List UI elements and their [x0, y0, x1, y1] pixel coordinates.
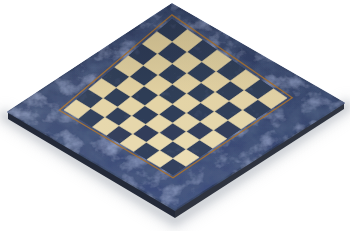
chessboard: [0, 0, 350, 231]
product-photo: [0, 0, 350, 231]
